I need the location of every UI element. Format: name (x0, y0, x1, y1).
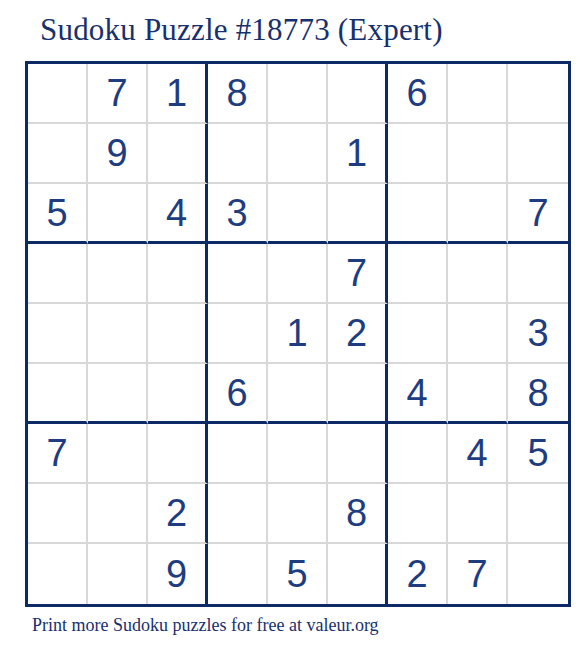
sudoku-cell-r8c4 (208, 484, 268, 544)
sudoku-cell-r4c4 (208, 244, 268, 304)
sudoku-cell-r7c8: 4 (448, 424, 508, 484)
sudoku-cell-r1c1 (28, 64, 88, 124)
sudoku-cell-r3c4: 3 (208, 184, 268, 244)
sudoku-board: 71869154377123648745289527 (25, 61, 571, 607)
sudoku-cell-r2c6: 1 (328, 124, 388, 184)
sudoku-cell-r6c2 (88, 364, 148, 424)
sudoku-cell-r5c9: 3 (508, 304, 568, 364)
sudoku-cell-r3c1: 5 (28, 184, 88, 244)
sudoku-cell-r6c4: 6 (208, 364, 268, 424)
sudoku-cell-r2c2: 9 (88, 124, 148, 184)
sudoku-cell-r2c7 (388, 124, 448, 184)
footer-text: Print more Sudoku puzzles for free at va… (32, 615, 379, 636)
sudoku-cell-r5c6: 2 (328, 304, 388, 364)
sudoku-cell-r1c2: 7 (88, 64, 148, 124)
sudoku-cell-r6c8 (448, 364, 508, 424)
sudoku-cell-r7c6 (328, 424, 388, 484)
sudoku-cell-r9c9 (508, 544, 568, 604)
sudoku-cell-r9c1 (28, 544, 88, 604)
sudoku-cell-r2c5 (268, 124, 328, 184)
sudoku-cell-r3c7 (388, 184, 448, 244)
sudoku-cell-r8c2 (88, 484, 148, 544)
sudoku-cell-r6c1 (28, 364, 88, 424)
sudoku-cell-r6c7: 4 (388, 364, 448, 424)
sudoku-cell-r5c8 (448, 304, 508, 364)
sudoku-cell-r3c8 (448, 184, 508, 244)
sudoku-cell-r9c4 (208, 544, 268, 604)
sudoku-cell-r2c4 (208, 124, 268, 184)
sudoku-cell-r3c2 (88, 184, 148, 244)
sudoku-cell-r4c8 (448, 244, 508, 304)
sudoku-cell-r7c9: 5 (508, 424, 568, 484)
sudoku-cell-r4c6: 7 (328, 244, 388, 304)
sudoku-cell-r1c6 (328, 64, 388, 124)
sudoku-cell-r3c3: 4 (148, 184, 208, 244)
sudoku-cell-r9c6 (328, 544, 388, 604)
sudoku-cell-r2c1 (28, 124, 88, 184)
sudoku-cell-r4c9 (508, 244, 568, 304)
sudoku-cell-r7c5 (268, 424, 328, 484)
sudoku-cell-r7c4 (208, 424, 268, 484)
sudoku-cell-r6c3 (148, 364, 208, 424)
sudoku-cell-r8c7 (388, 484, 448, 544)
sudoku-cell-r4c5 (268, 244, 328, 304)
sudoku-cell-r4c2 (88, 244, 148, 304)
sudoku-cell-r9c7: 2 (388, 544, 448, 604)
sudoku-cell-r3c6 (328, 184, 388, 244)
sudoku-cell-r8c8 (448, 484, 508, 544)
page-title: Sudoku Puzzle #18773 (Expert) (40, 12, 443, 48)
sudoku-cell-r7c7 (388, 424, 448, 484)
sudoku-cell-r8c3: 2 (148, 484, 208, 544)
sudoku-cell-r7c2 (88, 424, 148, 484)
sudoku-cell-r1c8 (448, 64, 508, 124)
sudoku-cell-r9c2 (88, 544, 148, 604)
sudoku-cell-r9c5: 5 (268, 544, 328, 604)
sudoku-cell-r5c1 (28, 304, 88, 364)
sudoku-cell-r5c4 (208, 304, 268, 364)
sudoku-cell-r9c3: 9 (148, 544, 208, 604)
sudoku-cell-r8c1 (28, 484, 88, 544)
sudoku-cell-r8c6: 8 (328, 484, 388, 544)
sudoku-cell-r4c7 (388, 244, 448, 304)
sudoku-cell-r6c9: 8 (508, 364, 568, 424)
sudoku-cell-r2c9 (508, 124, 568, 184)
sudoku-cell-r1c7: 6 (388, 64, 448, 124)
sudoku-cell-r5c2 (88, 304, 148, 364)
sudoku-cell-r4c1 (28, 244, 88, 304)
sudoku-cell-r8c9 (508, 484, 568, 544)
sudoku-cell-r6c5 (268, 364, 328, 424)
sudoku-cell-r8c5 (268, 484, 328, 544)
sudoku-cell-r3c5 (268, 184, 328, 244)
sudoku-cell-r9c8: 7 (448, 544, 508, 604)
sudoku-cell-r5c3 (148, 304, 208, 364)
sudoku-cell-r6c6 (328, 364, 388, 424)
sudoku-cell-r2c3 (148, 124, 208, 184)
sudoku-cell-r7c1: 7 (28, 424, 88, 484)
sudoku-cell-r5c5: 1 (268, 304, 328, 364)
sudoku-cell-r5c7 (388, 304, 448, 364)
sudoku-cell-r1c3: 1 (148, 64, 208, 124)
sudoku-cell-r3c9: 7 (508, 184, 568, 244)
sudoku-cell-r2c8 (448, 124, 508, 184)
sudoku-cell-r1c9 (508, 64, 568, 124)
sudoku-cell-r1c5 (268, 64, 328, 124)
sudoku-cell-r4c3 (148, 244, 208, 304)
sudoku-cell-r1c4: 8 (208, 64, 268, 124)
sudoku-cell-r7c3 (148, 424, 208, 484)
